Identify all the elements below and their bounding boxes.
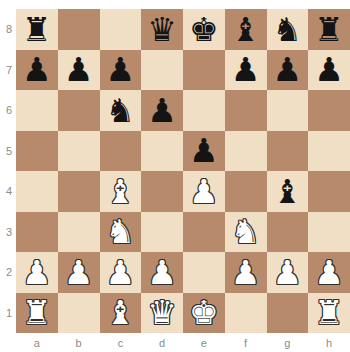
square-f5[interactable] [225, 131, 267, 172]
square-h5[interactable] [308, 131, 350, 172]
square-d6[interactable]: ♟ [141, 90, 183, 131]
rank-label-2: 2 [0, 252, 16, 293]
black-rook-piece: ♜ [308, 9, 350, 50]
square-g5[interactable] [267, 131, 309, 172]
square-a2[interactable]: ♟ [16, 252, 58, 293]
file-labels: abcdefgh [16, 333, 350, 352]
white-knight-piece: ♞ [100, 212, 142, 253]
rank-label-3: 3 [0, 212, 16, 253]
square-d8[interactable]: ♛ [141, 9, 183, 50]
square-e4[interactable]: ♟ [183, 171, 225, 212]
square-e6[interactable] [183, 90, 225, 131]
square-b7[interactable]: ♟ [58, 50, 100, 91]
square-b8[interactable] [58, 9, 100, 50]
square-g7[interactable]: ♟ [267, 50, 309, 91]
square-a6[interactable] [16, 90, 58, 131]
square-b3[interactable] [58, 212, 100, 253]
white-pawn-piece: ♟ [308, 252, 350, 293]
white-pawn-piece: ♟ [225, 252, 267, 293]
square-f4[interactable] [225, 171, 267, 212]
square-d1[interactable]: ♛ [141, 293, 183, 334]
square-f3[interactable]: ♞ [225, 212, 267, 253]
square-a4[interactable] [16, 171, 58, 212]
square-f1[interactable] [225, 293, 267, 334]
square-b4[interactable] [58, 171, 100, 212]
square-a1[interactable]: ♜ [16, 293, 58, 334]
square-f7[interactable]: ♟ [225, 50, 267, 91]
square-h8[interactable]: ♜ [308, 9, 350, 50]
square-e5[interactable]: ♟ [183, 131, 225, 172]
square-c5[interactable] [100, 131, 142, 172]
black-pawn-piece: ♟ [225, 50, 267, 91]
chess-board: ♜♛♚♝♞♜♟♟♟♟♟♟♞♟♟♝♟♝♞♞♟♟♟♟♟♟♟♜♝♛♚♜ [16, 9, 350, 333]
black-pawn-piece: ♟ [308, 50, 350, 91]
square-g8[interactable]: ♞ [267, 9, 309, 50]
black-queen-piece: ♛ [141, 9, 183, 50]
square-g1[interactable] [267, 293, 309, 334]
file-label-e: e [183, 333, 225, 352]
square-c7[interactable]: ♟ [100, 50, 142, 91]
white-pawn-piece: ♟ [141, 252, 183, 293]
square-e2[interactable] [183, 252, 225, 293]
black-rook-piece: ♜ [16, 9, 58, 50]
white-pawn-piece: ♟ [183, 171, 225, 212]
white-king-piece: ♚ [183, 293, 225, 334]
square-b5[interactable] [58, 131, 100, 172]
rank-label-6: 6 [0, 90, 16, 131]
rank-label-5: 5 [0, 131, 16, 172]
rank-label-7: 7 [0, 50, 16, 91]
square-h3[interactable] [308, 212, 350, 253]
square-c1[interactable]: ♝ [100, 293, 142, 334]
square-e8[interactable]: ♚ [183, 9, 225, 50]
square-a8[interactable]: ♜ [16, 9, 58, 50]
black-knight-piece: ♞ [100, 90, 142, 131]
white-bishop-piece: ♝ [100, 171, 142, 212]
black-pawn-piece: ♟ [100, 50, 142, 91]
black-knight-piece: ♞ [267, 9, 309, 50]
square-e1[interactable]: ♚ [183, 293, 225, 334]
square-d4[interactable] [141, 171, 183, 212]
square-c2[interactable]: ♟ [100, 252, 142, 293]
square-h4[interactable] [308, 171, 350, 212]
square-h7[interactable]: ♟ [308, 50, 350, 91]
square-a5[interactable] [16, 131, 58, 172]
square-h6[interactable] [308, 90, 350, 131]
file-label-h: h [308, 333, 350, 352]
file-label-a: a [16, 333, 58, 352]
square-g4[interactable]: ♝ [267, 171, 309, 212]
white-queen-piece: ♛ [141, 293, 183, 334]
black-pawn-piece: ♟ [267, 50, 309, 91]
black-pawn-piece: ♟ [16, 50, 58, 91]
square-b1[interactable] [58, 293, 100, 334]
square-c3[interactable]: ♞ [100, 212, 142, 253]
square-f8[interactable]: ♝ [225, 9, 267, 50]
square-d2[interactable]: ♟ [141, 252, 183, 293]
white-pawn-piece: ♟ [58, 252, 100, 293]
black-pawn-piece: ♟ [58, 50, 100, 91]
square-e3[interactable] [183, 212, 225, 253]
square-b2[interactable]: ♟ [58, 252, 100, 293]
file-label-g: g [267, 333, 309, 352]
black-bishop-piece: ♝ [267, 171, 309, 212]
white-pawn-piece: ♟ [16, 252, 58, 293]
file-label-c: c [100, 333, 142, 352]
square-b6[interactable] [58, 90, 100, 131]
file-label-d: d [141, 333, 183, 352]
rank-label-8: 8 [0, 9, 16, 50]
white-pawn-piece: ♟ [100, 252, 142, 293]
square-e7[interactable] [183, 50, 225, 91]
square-d5[interactable] [141, 131, 183, 172]
square-f2[interactable]: ♟ [225, 252, 267, 293]
square-g3[interactable] [267, 212, 309, 253]
square-c6[interactable]: ♞ [100, 90, 142, 131]
square-d7[interactable] [141, 50, 183, 91]
black-pawn-piece: ♟ [183, 131, 225, 172]
square-h2[interactable]: ♟ [308, 252, 350, 293]
rank-label-4: 4 [0, 171, 16, 212]
white-rook-piece: ♜ [16, 293, 58, 334]
white-rook-piece: ♜ [308, 293, 350, 334]
black-king-piece: ♚ [183, 9, 225, 50]
rank-labels: 87654321 [0, 9, 16, 333]
square-d3[interactable] [141, 212, 183, 253]
file-label-f: f [225, 333, 267, 352]
square-f6[interactable] [225, 90, 267, 131]
white-knight-piece: ♞ [225, 212, 267, 253]
white-pawn-piece: ♟ [267, 252, 309, 293]
black-bishop-piece: ♝ [225, 9, 267, 50]
white-bishop-piece: ♝ [100, 293, 142, 334]
rank-label-1: 1 [0, 293, 16, 334]
square-c4[interactable]: ♝ [100, 171, 142, 212]
chess-board-widget: 87654321 ♜♛♚♝♞♜♟♟♟♟♟♟♞♟♟♝♟♝♞♞♟♟♟♟♟♟♟♜♝♛♚… [0, 0, 350, 352]
square-h1[interactable]: ♜ [308, 293, 350, 334]
square-c8[interactable] [100, 9, 142, 50]
square-a7[interactable]: ♟ [16, 50, 58, 91]
black-pawn-piece: ♟ [141, 90, 183, 131]
square-g6[interactable] [267, 90, 309, 131]
square-a3[interactable] [16, 212, 58, 253]
file-label-b: b [58, 333, 100, 352]
square-g2[interactable]: ♟ [267, 252, 309, 293]
